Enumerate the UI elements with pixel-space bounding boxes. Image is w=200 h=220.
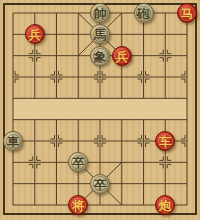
piece-character: 馬 <box>91 25 109 43</box>
piece-olive-cannon[interactable]: 砲 <box>134 3 154 23</box>
piece-red-soldier[interactable]: 兵 <box>25 24 45 44</box>
piece-olive-horse[interactable]: 馬 <box>90 24 110 44</box>
piece-olive-soldier[interactable]: 卒 <box>90 174 110 194</box>
piece-character: 卒 <box>91 175 109 193</box>
piece-character: 炮 <box>156 196 174 214</box>
piece-red-general[interactable]: 将 <box>68 195 88 215</box>
piece-character: 兵 <box>113 47 131 65</box>
piece-character: 车 <box>156 132 174 150</box>
piece-red-cannon[interactable]: 炮 <box>155 195 175 215</box>
piece-red-soldier[interactable]: 兵 <box>112 46 132 66</box>
piece-character: 马 <box>178 4 196 22</box>
xiangqi-board[interactable]: 帥砲马兵馬象兵車车卒卒将炮 <box>0 0 200 220</box>
piece-red-chariot[interactable]: 车 <box>155 131 175 151</box>
piece-olive-soldier[interactable]: 卒 <box>68 152 88 172</box>
piece-olive-elephant[interactable]: 象 <box>90 46 110 66</box>
piece-character: 砲 <box>135 4 153 22</box>
piece-character: 帥 <box>91 4 109 22</box>
piece-character: 象 <box>91 47 109 65</box>
piece-character: 兵 <box>26 25 44 43</box>
piece-character: 将 <box>69 196 87 214</box>
piece-character: 卒 <box>69 153 87 171</box>
piece-red-horse[interactable]: 马 <box>177 3 197 23</box>
piece-olive-chariot[interactable]: 車 <box>3 131 23 151</box>
piece-character: 車 <box>4 132 22 150</box>
piece-olive-general[interactable]: 帥 <box>90 3 110 23</box>
